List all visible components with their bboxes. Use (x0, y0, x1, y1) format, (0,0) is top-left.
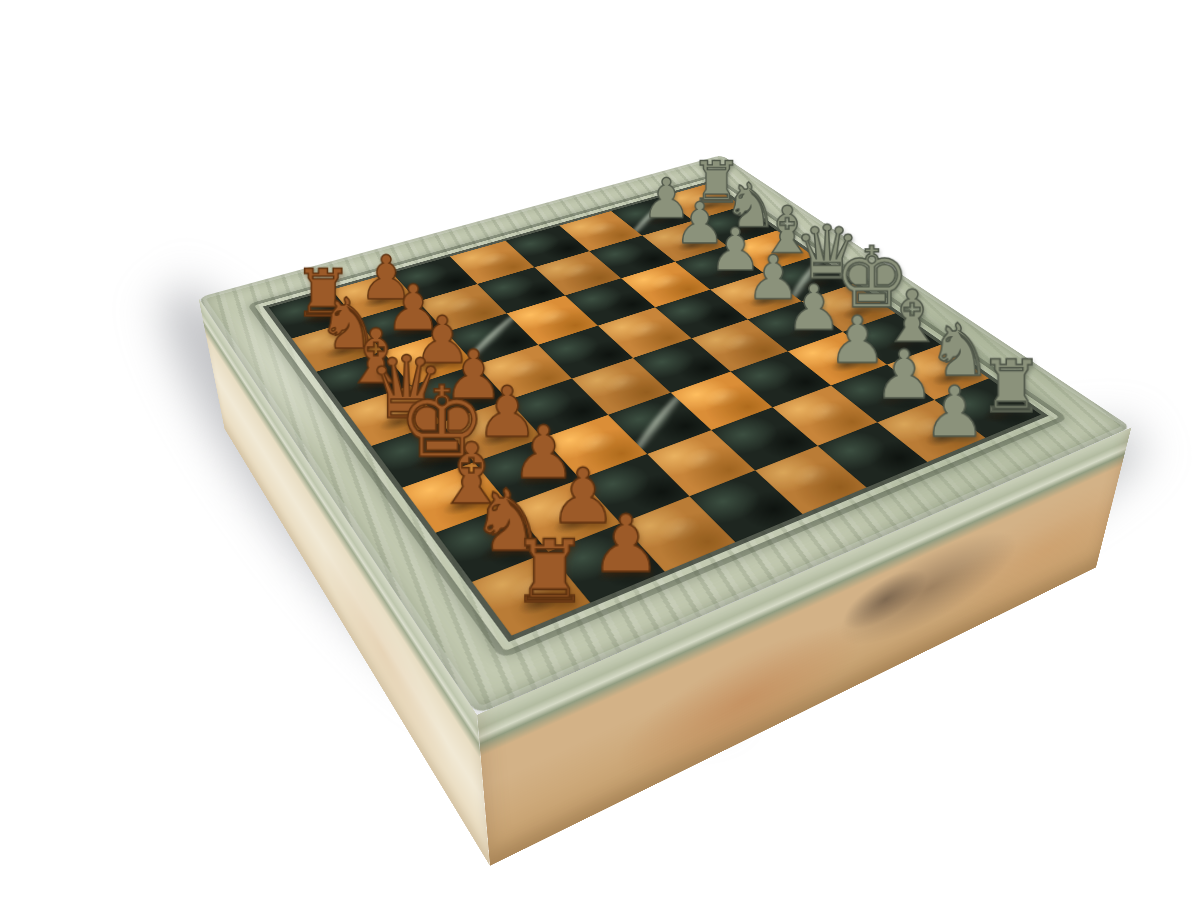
rust-pawn-glyph: ♟ (583, 504, 670, 583)
gray-pawn-glyph: ♟ (916, 377, 993, 447)
rust-rook-glyph: ♜ (505, 529, 594, 616)
stone-chess-box: ♜♟♟♜♞♟♟♞♝♟♟♝♛♟♟♛♚♟♟♚♝♟♟♝♞♟♟♞♜♟♟♜ (198, 155, 1131, 715)
scene-3d: ♜♟♟♜♞♟♟♞♝♟♟♝♛♟♟♛♚♟♟♚♝♟♟♝♞♟♟♞♜♟♟♜ (0, 0, 1200, 900)
product-photo-stage: ♜♟♟♜♞♟♟♞♝♟♟♝♛♟♟♛♚♟♟♚♝♟♟♝♞♟♟♞♜♟♟♜ (0, 0, 1200, 900)
